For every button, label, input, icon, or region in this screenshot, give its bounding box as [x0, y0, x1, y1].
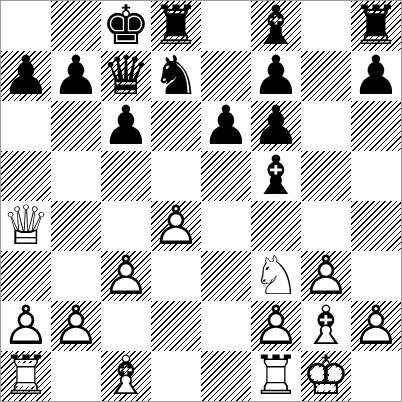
- square-e8[interactable]: [201, 1, 251, 51]
- white-pawn-fill: ♟: [101, 251, 151, 301]
- square-g3[interactable]: ♟♙: [301, 251, 351, 301]
- white-pawn: ♙: [351, 301, 401, 351]
- square-g7[interactable]: [301, 51, 351, 101]
- square-f5[interactable]: ♝: [251, 151, 301, 201]
- square-a2[interactable]: ♟♙: [1, 301, 51, 351]
- white-pawn: ♙: [251, 301, 301, 351]
- black-queen: ♛: [101, 51, 151, 101]
- square-h1[interactable]: [351, 351, 401, 401]
- white-king: ♔: [301, 351, 351, 401]
- square-g2[interactable]: ♝♗: [301, 301, 351, 351]
- square-b7[interactable]: ♟: [51, 51, 101, 101]
- square-g1[interactable]: ♚♔: [301, 351, 351, 401]
- black-pawn: ♟: [351, 51, 401, 101]
- square-a8[interactable]: [1, 1, 51, 51]
- square-h2[interactable]: ♟♙: [351, 301, 401, 351]
- square-c7[interactable]: ♛: [101, 51, 151, 101]
- white-bishop-fill: ♝: [301, 301, 351, 351]
- square-b4[interactable]: [51, 201, 101, 251]
- black-pawn: ♟: [201, 101, 251, 151]
- square-e5[interactable]: [201, 151, 251, 201]
- square-d7[interactable]: ♞: [151, 51, 201, 101]
- square-b3[interactable]: [51, 251, 101, 301]
- square-h4[interactable]: [351, 201, 401, 251]
- white-pawn: ♙: [301, 251, 351, 301]
- square-b5[interactable]: [51, 151, 101, 201]
- square-f8[interactable]: ♝: [251, 1, 301, 51]
- white-bishop-fill: ♝: [101, 351, 151, 401]
- white-king-fill: ♚: [301, 351, 351, 401]
- square-h6[interactable]: [351, 101, 401, 151]
- white-pawn-fill: ♟: [151, 201, 201, 251]
- white-knight-fill: ♞: [251, 251, 301, 301]
- black-pawn: ♟: [51, 51, 101, 101]
- square-b8[interactable]: [51, 1, 101, 51]
- square-f4[interactable]: [251, 201, 301, 251]
- square-d6[interactable]: [151, 101, 201, 151]
- square-c8[interactable]: ♚: [101, 1, 151, 51]
- square-b6[interactable]: [51, 101, 101, 151]
- square-c6[interactable]: ♟: [101, 101, 151, 151]
- square-a3[interactable]: [1, 251, 51, 301]
- white-queen-fill: ♛: [1, 201, 51, 251]
- black-pawn: ♟: [251, 101, 301, 151]
- square-d5[interactable]: [151, 151, 201, 201]
- black-knight: ♞: [151, 51, 201, 101]
- square-c5[interactable]: [101, 151, 151, 201]
- black-pawn: ♟: [101, 101, 151, 151]
- square-f6[interactable]: ♟: [251, 101, 301, 151]
- square-a4[interactable]: ♛♕: [1, 201, 51, 251]
- square-f3[interactable]: ♞♘: [251, 251, 301, 301]
- square-f1[interactable]: ♜♖: [251, 351, 301, 401]
- square-h7[interactable]: ♟: [351, 51, 401, 101]
- white-pawn-fill: ♟: [251, 301, 301, 351]
- square-e2[interactable]: [201, 301, 251, 351]
- square-e6[interactable]: ♟: [201, 101, 251, 151]
- square-b2[interactable]: ♟♙: [51, 301, 101, 351]
- square-a1[interactable]: ♜♖: [1, 351, 51, 401]
- black-bishop: ♝: [251, 151, 301, 201]
- square-g8[interactable]: [301, 1, 351, 51]
- white-pawn-fill: ♟: [51, 301, 101, 351]
- white-rook-fill: ♜: [251, 351, 301, 401]
- black-king: ♚: [101, 1, 151, 51]
- square-h5[interactable]: [351, 151, 401, 201]
- white-pawn: ♙: [1, 301, 51, 351]
- square-h8[interactable]: ♜: [351, 1, 401, 51]
- white-rook: ♖: [1, 351, 51, 401]
- square-c1[interactable]: ♝♗: [101, 351, 151, 401]
- square-c4[interactable]: [101, 201, 151, 251]
- black-pawn: ♟: [1, 51, 51, 101]
- square-f2[interactable]: ♟♙: [251, 301, 301, 351]
- square-d4[interactable]: ♟♙: [151, 201, 201, 251]
- square-d2[interactable]: [151, 301, 201, 351]
- black-bishop: ♝: [251, 1, 301, 51]
- square-g6[interactable]: [301, 101, 351, 151]
- square-d8[interactable]: ♜: [151, 1, 201, 51]
- square-b1[interactable]: [51, 351, 101, 401]
- square-c2[interactable]: [101, 301, 151, 351]
- white-pawn: ♙: [51, 301, 101, 351]
- black-rook: ♜: [151, 1, 201, 51]
- white-knight: ♘: [251, 251, 301, 301]
- square-a7[interactable]: ♟: [1, 51, 51, 101]
- chess-board: ♚♜♝♜♟♟♛♞♟♟♟♟♟♝♛♕♟♙♟♙♞♘♟♙♟♙♟♙♟♙♝♗♟♙♜♖♝♗♜♖…: [0, 0, 402, 402]
- square-e3[interactable]: [201, 251, 251, 301]
- square-g4[interactable]: [301, 201, 351, 251]
- white-pawn: ♙: [151, 201, 201, 251]
- white-rook-fill: ♜: [1, 351, 51, 401]
- white-pawn-fill: ♟: [301, 251, 351, 301]
- black-rook: ♜: [351, 1, 401, 51]
- square-a6[interactable]: [1, 101, 51, 151]
- square-e1[interactable]: [201, 351, 251, 401]
- square-a5[interactable]: [1, 151, 51, 201]
- square-e4[interactable]: [201, 201, 251, 251]
- square-c3[interactable]: ♟♙: [101, 251, 151, 301]
- white-bishop: ♗: [301, 301, 351, 351]
- white-bishop: ♗: [101, 351, 151, 401]
- square-d3[interactable]: [151, 251, 201, 301]
- square-d1[interactable]: [151, 351, 201, 401]
- white-queen: ♕: [1, 201, 51, 251]
- black-pawn: ♟: [251, 51, 301, 101]
- square-e7[interactable]: [201, 51, 251, 101]
- white-rook: ♖: [251, 351, 301, 401]
- square-g5[interactable]: [301, 151, 351, 201]
- white-pawn-fill: ♟: [351, 301, 401, 351]
- square-f7[interactable]: ♟: [251, 51, 301, 101]
- white-pawn-fill: ♟: [1, 301, 51, 351]
- square-h3[interactable]: [351, 251, 401, 301]
- white-pawn: ♙: [101, 251, 151, 301]
